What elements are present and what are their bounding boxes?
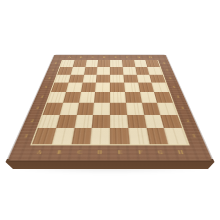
file-labels-bottom: ABCDEFGH bbox=[26, 145, 194, 160]
file-label-bottom-f: F bbox=[130, 145, 152, 160]
square-d7 bbox=[97, 67, 110, 74]
square-e3 bbox=[110, 103, 127, 115]
square-e1 bbox=[110, 128, 129, 144]
square-c1 bbox=[71, 128, 92, 144]
chess-board: ABCDEFGH ABCDEFGH 87654321 87654321 bbox=[8, 55, 213, 161]
square-d1 bbox=[91, 128, 110, 144]
square-h7 bbox=[147, 67, 162, 74]
file-label-bottom-h: H bbox=[169, 145, 194, 160]
square-c2 bbox=[74, 114, 93, 128]
square-h3 bbox=[157, 103, 177, 115]
square-h2 bbox=[160, 114, 182, 128]
file-label-bottom-d: D bbox=[89, 145, 110, 160]
square-e5 bbox=[110, 83, 125, 92]
file-label-bottom-e: E bbox=[110, 145, 131, 160]
square-c3 bbox=[76, 103, 94, 115]
square-h4 bbox=[154, 92, 173, 103]
file-label-bottom-c: C bbox=[68, 145, 90, 160]
square-h6 bbox=[149, 74, 165, 82]
square-d6 bbox=[96, 74, 110, 82]
square-h5 bbox=[152, 83, 169, 92]
square-d8 bbox=[98, 60, 110, 67]
chessboard-photo: ABCDEFGH ABCDEFGH 87654321 87654321 bbox=[0, 0, 220, 220]
square-e8 bbox=[110, 60, 122, 67]
square-d4 bbox=[94, 92, 110, 103]
square-e6 bbox=[110, 74, 124, 82]
square-e7 bbox=[110, 67, 123, 74]
square-c6 bbox=[82, 74, 97, 82]
square-d3 bbox=[93, 103, 110, 115]
square-e2 bbox=[110, 114, 128, 128]
square-c8 bbox=[85, 60, 98, 67]
file-label-bottom-b: B bbox=[47, 145, 71, 160]
square-h1 bbox=[164, 128, 188, 144]
square-d5 bbox=[95, 83, 110, 92]
square-d2 bbox=[92, 114, 110, 128]
square-c5 bbox=[81, 83, 97, 92]
square-e4 bbox=[110, 92, 126, 103]
square-c4 bbox=[79, 92, 96, 103]
square-c7 bbox=[84, 67, 98, 74]
square-h8 bbox=[146, 60, 160, 67]
